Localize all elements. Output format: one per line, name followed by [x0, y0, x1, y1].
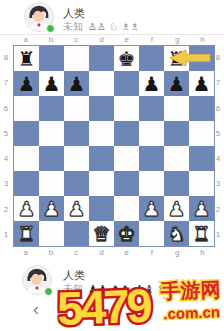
square-h1[interactable]: ♜ — [189, 221, 214, 246]
last-move-arrow-icon — [168, 49, 212, 67]
board-grid: ♜♚♜♟♟♟♟♟♟♟♟♟♟♟♟♜♛♚♞♜ — [13, 45, 215, 247]
square-h6[interactable] — [189, 96, 214, 121]
piece-black-pawn[interactable]: ♟ — [193, 74, 211, 94]
piece-white-queen[interactable]: ♛ — [93, 224, 111, 244]
square-d8[interactable] — [89, 46, 114, 71]
square-e5[interactable] — [114, 121, 139, 146]
square-d6[interactable] — [89, 96, 114, 121]
coord-c: c — [64, 35, 89, 44]
coord-8: 8 — [1, 45, 11, 70]
square-f4[interactable] — [139, 146, 164, 171]
piece-white-pawn[interactable]: ♟ — [43, 199, 61, 219]
square-b4[interactable] — [39, 146, 64, 171]
square-b3[interactable] — [39, 171, 64, 196]
watermark-number: 5479 — [56, 279, 152, 331]
coord-2: 2 — [1, 197, 11, 222]
coord-f: f — [139, 248, 164, 257]
square-d3[interactable] — [89, 171, 114, 196]
square-a7[interactable]: ♟ — [14, 71, 39, 96]
bottom-player-avatar[interactable] — [22, 265, 52, 295]
square-a3[interactable] — [14, 171, 39, 196]
square-d7[interactable] — [89, 71, 114, 96]
piece-white-pawn[interactable]: ♟ — [68, 199, 86, 219]
square-c5[interactable] — [64, 121, 89, 146]
rank-labels-left: 87654321 — [1, 45, 11, 247]
coord-b: b — [38, 248, 63, 257]
square-a8[interactable]: ♜ — [14, 46, 39, 71]
square-e7[interactable] — [114, 71, 139, 96]
square-a6[interactable] — [14, 96, 39, 121]
square-e2[interactable] — [114, 196, 139, 221]
square-d2[interactable] — [89, 196, 114, 221]
online-status-dot — [46, 24, 55, 33]
chess-board: ♜♚♜♟♟♟♟♟♟♟♟♟♟♟♟♜♛♚♞♜ — [13, 45, 215, 247]
piece-black-pawn[interactable]: ♟ — [168, 74, 186, 94]
top-player-rating: 未知 — [63, 20, 83, 34]
coord-a: a — [13, 248, 38, 257]
square-b6[interactable] — [39, 96, 64, 121]
piece-white-pawn[interactable]: ♟ — [143, 199, 161, 219]
coord-b: b — [38, 35, 63, 44]
square-c3[interactable] — [64, 171, 89, 196]
online-status-dot — [44, 287, 53, 296]
square-f5[interactable] — [139, 121, 164, 146]
square-g1[interactable]: ♞ — [164, 221, 189, 246]
square-g3[interactable] — [164, 171, 189, 196]
coord-e: e — [114, 248, 139, 257]
square-a1[interactable]: ♜ — [14, 221, 39, 246]
square-e4[interactable] — [114, 146, 139, 171]
square-h7[interactable]: ♟ — [189, 71, 214, 96]
square-g5[interactable] — [164, 121, 189, 146]
coord-c: c — [64, 248, 89, 257]
coord-g: g — [165, 248, 190, 257]
square-b7[interactable]: ♟ — [39, 71, 64, 96]
square-d1[interactable]: ♛ — [89, 221, 114, 246]
square-c1[interactable] — [64, 221, 89, 246]
piece-white-rook[interactable]: ♜ — [193, 224, 211, 244]
piece-white-pawn[interactable]: ♟ — [18, 199, 36, 219]
top-player-captured-tray: ♙♙ ♘ ♗♗ — [88, 22, 139, 32]
piece-white-king[interactable]: ♚ — [118, 224, 136, 244]
square-f7[interactable]: ♟ — [139, 71, 164, 96]
square-c7[interactable]: ♟ — [64, 71, 89, 96]
square-c6[interactable] — [64, 96, 89, 121]
piece-black-rook[interactable]: ♜ — [18, 49, 36, 69]
coord-6: 6 — [1, 96, 11, 121]
square-f1[interactable] — [139, 221, 164, 246]
square-g7[interactable]: ♟ — [164, 71, 189, 96]
watermark-domain: .com.cn — [163, 303, 220, 322]
piece-white-knight[interactable]: ♞ — [168, 224, 186, 244]
coord-1: 1 — [1, 222, 11, 247]
top-player-avatar[interactable] — [24, 2, 54, 32]
coord-4: 4 — [1, 146, 11, 171]
piece-black-king[interactable]: ♚ — [118, 49, 136, 69]
coord-3: 3 — [1, 171, 11, 196]
square-b5[interactable] — [39, 121, 64, 146]
square-d4[interactable] — [89, 146, 114, 171]
coord-d: d — [89, 35, 114, 44]
coord-5: 5 — [1, 121, 11, 146]
coord-g: g — [165, 35, 190, 44]
square-e3[interactable] — [114, 171, 139, 196]
square-c4[interactable] — [64, 146, 89, 171]
watermark: 5479 手游网 .com.cn — [56, 271, 224, 331]
square-c8[interactable] — [64, 46, 89, 71]
square-a4[interactable] — [14, 146, 39, 171]
piece-white-pawn[interactable]: ♟ — [168, 199, 186, 219]
square-h2[interactable]: ♟ — [189, 196, 214, 221]
square-f2[interactable]: ♟ — [139, 196, 164, 221]
square-g4[interactable] — [164, 146, 189, 171]
piece-black-pawn[interactable]: ♟ — [143, 74, 161, 94]
piece-black-pawn[interactable]: ♟ — [18, 74, 36, 94]
piece-black-pawn[interactable]: ♟ — [43, 74, 61, 94]
square-h3[interactable] — [189, 171, 214, 196]
square-e6[interactable] — [114, 96, 139, 121]
coord-7: 7 — [1, 70, 11, 95]
square-g6[interactable] — [164, 96, 189, 121]
square-b8[interactable] — [39, 46, 64, 71]
coord-h: h — [190, 35, 215, 44]
piece-white-rook[interactable]: ♜ — [18, 224, 36, 244]
coord-f: f — [139, 35, 164, 44]
back-button[interactable]: ‹ — [33, 300, 39, 318]
square-c2[interactable]: ♟ — [64, 196, 89, 221]
coord-h: h — [190, 248, 215, 257]
watermark-site: 手游网 — [159, 278, 221, 302]
square-a2[interactable]: ♟ — [14, 196, 39, 221]
square-h5[interactable] — [189, 121, 214, 146]
coord-e: e — [114, 35, 139, 44]
square-f3[interactable] — [139, 171, 164, 196]
chess-app-screen: 人类 未知 ♙♙ ♘ ♗♗ abcdefgh 87654321 87654321… — [0, 0, 224, 331]
file-labels-top: abcdefgh — [13, 35, 215, 44]
top-player-name: 人类 — [63, 6, 85, 21]
square-e1[interactable]: ♚ — [114, 221, 139, 246]
coord-a: a — [13, 35, 38, 44]
square-a5[interactable] — [14, 121, 39, 146]
square-e8[interactable]: ♚ — [114, 46, 139, 71]
piece-white-pawn[interactable]: ♟ — [193, 199, 211, 219]
square-b1[interactable] — [39, 221, 64, 246]
piece-black-pawn[interactable]: ♟ — [68, 74, 86, 94]
square-f8[interactable] — [139, 46, 164, 71]
square-h4[interactable] — [189, 146, 214, 171]
square-g2[interactable]: ♟ — [164, 196, 189, 221]
file-labels-bottom: abcdefgh — [13, 248, 215, 257]
coord-d: d — [89, 248, 114, 257]
square-b2[interactable]: ♟ — [39, 196, 64, 221]
square-f6[interactable] — [139, 96, 164, 121]
square-d5[interactable] — [89, 121, 114, 146]
